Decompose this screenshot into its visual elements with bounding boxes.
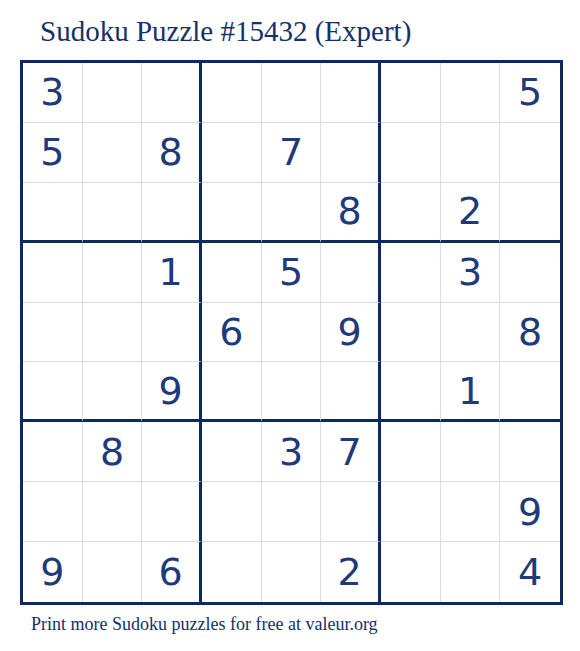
cell-r1c5[interactable] bbox=[262, 63, 322, 123]
cell-r5c9[interactable]: 8 bbox=[500, 303, 560, 363]
cell-r5c4[interactable]: 6 bbox=[202, 303, 262, 363]
cell-r9c1[interactable]: 9 bbox=[23, 542, 83, 602]
cell-r4c4[interactable] bbox=[202, 243, 262, 303]
cell-r6c8[interactable]: 1 bbox=[441, 362, 501, 422]
cell-r5c7[interactable] bbox=[381, 303, 441, 363]
cell-r9c2[interactable] bbox=[83, 542, 143, 602]
cell-r2c1[interactable]: 5 bbox=[23, 123, 83, 183]
cell-r8c8[interactable] bbox=[441, 482, 501, 542]
cell-r1c6[interactable] bbox=[321, 63, 381, 123]
cell-r9c7[interactable] bbox=[381, 542, 441, 602]
cell-r2c3[interactable]: 8 bbox=[142, 123, 202, 183]
cell-r6c2[interactable] bbox=[83, 362, 143, 422]
cell-r5c5[interactable] bbox=[262, 303, 322, 363]
cell-r8c7[interactable] bbox=[381, 482, 441, 542]
cell-r8c6[interactable] bbox=[321, 482, 381, 542]
cell-r6c5[interactable] bbox=[262, 362, 322, 422]
cell-r8c3[interactable] bbox=[142, 482, 202, 542]
cell-r7c8[interactable] bbox=[441, 422, 501, 482]
cell-r7c4[interactable] bbox=[202, 422, 262, 482]
cell-r9c9[interactable]: 4 bbox=[500, 542, 560, 602]
cell-r8c9[interactable]: 9 bbox=[500, 482, 560, 542]
cell-r1c4[interactable] bbox=[202, 63, 262, 123]
cell-r4c2[interactable] bbox=[83, 243, 143, 303]
cell-r5c3[interactable] bbox=[142, 303, 202, 363]
cell-r5c1[interactable] bbox=[23, 303, 83, 363]
cell-r2c6[interactable] bbox=[321, 123, 381, 183]
cell-r9c4[interactable] bbox=[202, 542, 262, 602]
cell-r6c1[interactable] bbox=[23, 362, 83, 422]
cell-r4c7[interactable] bbox=[381, 243, 441, 303]
cell-r6c9[interactable] bbox=[500, 362, 560, 422]
cell-r8c4[interactable] bbox=[202, 482, 262, 542]
cell-r2c9[interactable] bbox=[500, 123, 560, 183]
cell-r9c3[interactable]: 6 bbox=[142, 542, 202, 602]
cell-r9c8[interactable] bbox=[441, 542, 501, 602]
cell-r1c3[interactable] bbox=[142, 63, 202, 123]
footer-credit: Print more Sudoku puzzles for free at va… bbox=[31, 612, 378, 636]
cell-r1c8[interactable] bbox=[441, 63, 501, 123]
cell-r2c8[interactable] bbox=[441, 123, 501, 183]
cell-r4c8[interactable]: 3 bbox=[441, 243, 501, 303]
cell-r2c5[interactable]: 7 bbox=[262, 123, 322, 183]
cell-r2c4[interactable] bbox=[202, 123, 262, 183]
cell-r7c3[interactable] bbox=[142, 422, 202, 482]
page-title: Sudoku Puzzle #15432 (Expert) bbox=[40, 14, 411, 48]
cell-r6c6[interactable] bbox=[321, 362, 381, 422]
cell-r7c6[interactable]: 7 bbox=[321, 422, 381, 482]
cell-r4c3[interactable]: 1 bbox=[142, 243, 202, 303]
cell-r3c5[interactable] bbox=[262, 183, 322, 243]
cell-r3c2[interactable] bbox=[83, 183, 143, 243]
cell-r1c1[interactable]: 3 bbox=[23, 63, 83, 123]
sudoku-board: 35587821536989183799624 bbox=[20, 60, 563, 605]
cell-r5c8[interactable] bbox=[441, 303, 501, 363]
cell-r8c1[interactable] bbox=[23, 482, 83, 542]
cell-r2c7[interactable] bbox=[381, 123, 441, 183]
cell-r5c2[interactable] bbox=[83, 303, 143, 363]
cell-r4c6[interactable] bbox=[321, 243, 381, 303]
cell-r7c9[interactable] bbox=[500, 422, 560, 482]
cell-r3c3[interactable] bbox=[142, 183, 202, 243]
cell-r1c2[interactable] bbox=[83, 63, 143, 123]
cell-r3c7[interactable] bbox=[381, 183, 441, 243]
cell-r7c1[interactable] bbox=[23, 422, 83, 482]
cell-r3c8[interactable]: 2 bbox=[441, 183, 501, 243]
cell-r4c1[interactable] bbox=[23, 243, 83, 303]
cell-r6c7[interactable] bbox=[381, 362, 441, 422]
cell-r3c6[interactable]: 8 bbox=[321, 183, 381, 243]
cell-r6c3[interactable]: 9 bbox=[142, 362, 202, 422]
cell-r3c4[interactable] bbox=[202, 183, 262, 243]
cell-r4c5[interactable]: 5 bbox=[262, 243, 322, 303]
cell-r8c2[interactable] bbox=[83, 482, 143, 542]
cell-r3c9[interactable] bbox=[500, 183, 560, 243]
cell-r1c7[interactable] bbox=[381, 63, 441, 123]
cell-r9c6[interactable]: 2 bbox=[321, 542, 381, 602]
cell-r9c5[interactable] bbox=[262, 542, 322, 602]
cell-r3c1[interactable] bbox=[23, 183, 83, 243]
cell-r7c5[interactable]: 3 bbox=[262, 422, 322, 482]
cell-r6c4[interactable] bbox=[202, 362, 262, 422]
cell-r7c7[interactable] bbox=[381, 422, 441, 482]
cell-r8c5[interactable] bbox=[262, 482, 322, 542]
cell-r5c6[interactable]: 9 bbox=[321, 303, 381, 363]
cell-r7c2[interactable]: 8 bbox=[83, 422, 143, 482]
cell-r2c2[interactable] bbox=[83, 123, 143, 183]
sudoku-page: Sudoku Puzzle #15432 (Expert) 3558782153… bbox=[0, 0, 580, 651]
cell-r1c9[interactable]: 5 bbox=[500, 63, 560, 123]
cell-r4c9[interactable] bbox=[500, 243, 560, 303]
